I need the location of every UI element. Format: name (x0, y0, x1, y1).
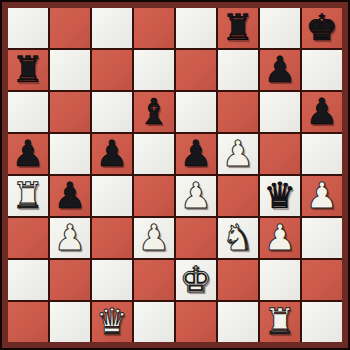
piece-black-pawn[interactable]: ♟ (96, 134, 128, 174)
piece-white-pawn[interactable]: ♟ (138, 218, 170, 258)
square-f8[interactable]: ♜ (218, 8, 258, 48)
piece-black-pawn[interactable]: ♟ (306, 92, 338, 132)
square-f1[interactable] (218, 302, 258, 342)
square-f6[interactable] (218, 92, 258, 132)
square-h1[interactable] (302, 302, 342, 342)
square-g4[interactable]: ♛ (260, 176, 300, 216)
square-a7[interactable]: ♜ (8, 50, 48, 90)
piece-black-bishop[interactable]: ♝ (138, 92, 170, 132)
square-g5[interactable] (260, 134, 300, 174)
chess-diagram: ♜♚♜♟♝♟♟♟♟♟♜♟♟♛♟♟♟♞♟♚♛♜ (0, 0, 350, 350)
square-d6[interactable]: ♝ (134, 92, 174, 132)
square-e2[interactable]: ♚ (176, 260, 216, 300)
square-h4[interactable]: ♟ (302, 176, 342, 216)
chess-board-frame: ♜♚♜♟♝♟♟♟♟♟♜♟♟♛♟♟♟♞♟♚♛♜ (2, 2, 348, 348)
piece-white-king[interactable]: ♚ (180, 260, 212, 300)
square-b5[interactable] (50, 134, 90, 174)
square-f7[interactable] (218, 50, 258, 90)
square-f3[interactable]: ♞ (218, 218, 258, 258)
piece-white-pawn[interactable]: ♟ (222, 134, 254, 174)
square-c8[interactable] (92, 8, 132, 48)
square-g8[interactable] (260, 8, 300, 48)
square-g3[interactable]: ♟ (260, 218, 300, 258)
square-d3[interactable]: ♟ (134, 218, 174, 258)
square-b7[interactable] (50, 50, 90, 90)
piece-white-pawn[interactable]: ♟ (306, 176, 338, 216)
piece-black-pawn[interactable]: ♟ (180, 134, 212, 174)
square-d2[interactable] (134, 260, 174, 300)
piece-white-knight[interactable]: ♞ (222, 218, 254, 258)
piece-white-pawn[interactable]: ♟ (54, 218, 86, 258)
square-h3[interactable] (302, 218, 342, 258)
square-a6[interactable] (8, 92, 48, 132)
square-c7[interactable] (92, 50, 132, 90)
square-e8[interactable] (176, 8, 216, 48)
square-d4[interactable] (134, 176, 174, 216)
square-h2[interactable] (302, 260, 342, 300)
square-b6[interactable] (50, 92, 90, 132)
square-g2[interactable] (260, 260, 300, 300)
square-h7[interactable] (302, 50, 342, 90)
square-a5[interactable]: ♟ (8, 134, 48, 174)
square-c2[interactable] (92, 260, 132, 300)
piece-black-rook[interactable]: ♜ (222, 8, 254, 48)
square-h8[interactable]: ♚ (302, 8, 342, 48)
piece-white-pawn[interactable]: ♟ (180, 176, 212, 216)
piece-white-pawn[interactable]: ♟ (264, 218, 296, 258)
chess-board: ♜♚♜♟♝♟♟♟♟♟♜♟♟♛♟♟♟♞♟♚♛♜ (8, 8, 342, 342)
square-a8[interactable] (8, 8, 48, 48)
square-d1[interactable] (134, 302, 174, 342)
square-e3[interactable] (176, 218, 216, 258)
square-a1[interactable] (8, 302, 48, 342)
square-d7[interactable] (134, 50, 174, 90)
square-e5[interactable]: ♟ (176, 134, 216, 174)
square-f5[interactable]: ♟ (218, 134, 258, 174)
square-h5[interactable] (302, 134, 342, 174)
square-g6[interactable] (260, 92, 300, 132)
square-a3[interactable] (8, 218, 48, 258)
piece-white-queen[interactable]: ♛ (96, 302, 128, 342)
square-f4[interactable] (218, 176, 258, 216)
piece-white-rook[interactable]: ♜ (12, 176, 44, 216)
square-d8[interactable] (134, 8, 174, 48)
screenshot: ♜♚♜♟♝♟♟♟♟♟♜♟♟♛♟♟♟♞♟♚♛♜ (0, 0, 350, 350)
square-b8[interactable] (50, 8, 90, 48)
square-d5[interactable] (134, 134, 174, 174)
piece-black-pawn[interactable]: ♟ (12, 134, 44, 174)
square-c6[interactable] (92, 92, 132, 132)
square-e1[interactable] (176, 302, 216, 342)
piece-black-king[interactable]: ♚ (306, 8, 338, 48)
square-h6[interactable]: ♟ (302, 92, 342, 132)
square-b4[interactable]: ♟ (50, 176, 90, 216)
square-g1[interactable]: ♜ (260, 302, 300, 342)
square-e6[interactable] (176, 92, 216, 132)
square-g7[interactable]: ♟ (260, 50, 300, 90)
square-b2[interactable] (50, 260, 90, 300)
piece-black-pawn[interactable]: ♟ (54, 176, 86, 216)
piece-white-rook[interactable]: ♜ (264, 302, 296, 342)
piece-black-rook[interactable]: ♜ (12, 50, 44, 90)
piece-black-queen[interactable]: ♛ (264, 176, 296, 216)
square-c1[interactable]: ♛ (92, 302, 132, 342)
square-b1[interactable] (50, 302, 90, 342)
square-e4[interactable]: ♟ (176, 176, 216, 216)
square-b3[interactable]: ♟ (50, 218, 90, 258)
square-a2[interactable] (8, 260, 48, 300)
piece-black-pawn[interactable]: ♟ (264, 50, 296, 90)
square-c4[interactable] (92, 176, 132, 216)
square-f2[interactable] (218, 260, 258, 300)
square-c3[interactable] (92, 218, 132, 258)
square-c5[interactable]: ♟ (92, 134, 132, 174)
square-a4[interactable]: ♜ (8, 176, 48, 216)
square-e7[interactable] (176, 50, 216, 90)
